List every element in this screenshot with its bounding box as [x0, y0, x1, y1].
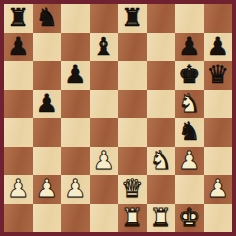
square-b7[interactable]	[33, 33, 62, 62]
square-a6[interactable]	[4, 61, 33, 90]
square-g1[interactable]: ♚	[175, 204, 204, 233]
square-b5[interactable]: ♟	[33, 90, 62, 119]
square-e7[interactable]	[118, 33, 147, 62]
square-g6[interactable]: ♚	[175, 61, 204, 90]
square-d7[interactable]: ♝	[90, 33, 119, 62]
square-g8[interactable]	[175, 4, 204, 33]
white-pawn: ♟	[93, 147, 115, 175]
square-d2[interactable]	[90, 175, 119, 204]
square-d8[interactable]	[90, 4, 119, 33]
square-f2[interactable]	[147, 175, 176, 204]
square-c8[interactable]	[61, 4, 90, 33]
square-f6[interactable]	[147, 61, 176, 90]
black-queen: ♛	[207, 61, 229, 89]
white-pawn: ♟	[178, 147, 200, 175]
square-g3[interactable]: ♟	[175, 147, 204, 176]
white-rook: ♜	[150, 204, 172, 232]
square-d1[interactable]	[90, 204, 119, 233]
square-e3[interactable]	[118, 147, 147, 176]
square-f5[interactable]	[147, 90, 176, 119]
square-d6[interactable]	[90, 61, 119, 90]
black-rook: ♜	[121, 4, 143, 32]
square-b1[interactable]	[33, 204, 62, 233]
black-pawn: ♟	[36, 90, 58, 118]
square-h4[interactable]	[204, 118, 233, 147]
square-a2[interactable]: ♟	[4, 175, 33, 204]
square-e4[interactable]	[118, 118, 147, 147]
square-a1[interactable]	[4, 204, 33, 233]
square-a7[interactable]: ♟	[4, 33, 33, 62]
square-h7[interactable]: ♟	[204, 33, 233, 62]
square-e5[interactable]	[118, 90, 147, 119]
white-knight: ♞	[150, 147, 172, 175]
square-h2[interactable]: ♟	[204, 175, 233, 204]
square-c4[interactable]	[61, 118, 90, 147]
square-g7[interactable]: ♟	[175, 33, 204, 62]
square-a3[interactable]	[4, 147, 33, 176]
square-c2[interactable]: ♟	[61, 175, 90, 204]
chess-board: ♜♞♜♟♝♟♟♟♚♛♟♞♞♟♞♟♟♟♟♛♟♜♜♚	[4, 4, 232, 232]
black-pawn: ♟	[64, 61, 86, 89]
white-pawn: ♟	[64, 175, 86, 203]
white-pawn: ♟	[207, 175, 229, 203]
square-f1[interactable]: ♜	[147, 204, 176, 233]
square-f8[interactable]	[147, 4, 176, 33]
black-pawn: ♟	[207, 33, 229, 61]
black-bishop: ♝	[93, 33, 115, 61]
square-h8[interactable]	[204, 4, 233, 33]
black-knight: ♞	[36, 4, 58, 32]
square-f4[interactable]	[147, 118, 176, 147]
square-g5[interactable]: ♞	[175, 90, 204, 119]
square-c3[interactable]	[61, 147, 90, 176]
square-c5[interactable]	[61, 90, 90, 119]
square-h1[interactable]	[204, 204, 233, 233]
square-e2[interactable]: ♛	[118, 175, 147, 204]
square-d4[interactable]	[90, 118, 119, 147]
square-f3[interactable]: ♞	[147, 147, 176, 176]
black-pawn: ♟	[7, 33, 29, 61]
square-d5[interactable]	[90, 90, 119, 119]
white-rook: ♜	[121, 204, 143, 232]
square-g4[interactable]: ♞	[175, 118, 204, 147]
black-pawn: ♟	[178, 33, 200, 61]
square-b2[interactable]: ♟	[33, 175, 62, 204]
square-c7[interactable]	[61, 33, 90, 62]
white-king: ♚	[178, 204, 200, 232]
square-h3[interactable]	[204, 147, 233, 176]
square-h5[interactable]	[204, 90, 233, 119]
square-d3[interactable]: ♟	[90, 147, 119, 176]
square-h6[interactable]: ♛	[204, 61, 233, 90]
white-queen: ♛	[121, 175, 143, 203]
square-e8[interactable]: ♜	[118, 4, 147, 33]
square-c1[interactable]	[61, 204, 90, 233]
square-g2[interactable]	[175, 175, 204, 204]
square-b6[interactable]	[33, 61, 62, 90]
square-e1[interactable]: ♜	[118, 204, 147, 233]
black-rook: ♜	[7, 4, 29, 32]
white-knight: ♞	[178, 90, 200, 118]
white-pawn: ♟	[36, 175, 58, 203]
square-b8[interactable]: ♞	[33, 4, 62, 33]
board-frame: ♜♞♜♟♝♟♟♟♚♛♟♞♞♟♞♟♟♟♟♛♟♜♜♚	[0, 0, 236, 236]
black-king: ♚	[178, 61, 200, 89]
square-a8[interactable]: ♜	[4, 4, 33, 33]
square-b4[interactable]	[33, 118, 62, 147]
square-a5[interactable]	[4, 90, 33, 119]
square-e6[interactable]	[118, 61, 147, 90]
square-c6[interactable]: ♟	[61, 61, 90, 90]
black-knight: ♞	[178, 118, 200, 146]
square-f7[interactable]	[147, 33, 176, 62]
white-pawn: ♟	[7, 175, 29, 203]
square-b3[interactable]	[33, 147, 62, 176]
square-a4[interactable]	[4, 118, 33, 147]
